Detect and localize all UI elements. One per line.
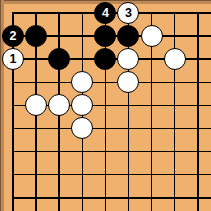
board-point [140,117,163,140]
board-point [117,186,140,209]
board-point [140,71,163,94]
board-point [25,140,48,163]
board-point [163,25,186,48]
board-point [140,163,163,186]
board-point [163,163,186,186]
board-point [48,48,71,71]
board-point [71,117,94,140]
board-point [140,140,163,163]
move-1-white-stone: 1 [2,48,24,70]
board-point [48,117,71,140]
board-point [25,25,48,48]
board-point [1,94,24,117]
board-point [71,48,94,71]
board-point [1,140,24,163]
board-point [163,94,186,117]
board-point [163,48,186,71]
board-point [117,25,140,48]
white-stone [48,94,70,116]
white-stone [117,71,139,93]
board-point [140,186,163,209]
board-point [186,48,209,71]
board-point: 1 [1,48,24,71]
board-point [117,94,140,117]
board-point [186,140,209,163]
black-stone [117,25,139,47]
move-4-black-stone: 4 [94,2,116,24]
board-point [71,25,94,48]
board-point [117,140,140,163]
board-point [140,1,163,24]
board-point: 4 [94,1,117,24]
board-point [94,117,117,140]
board-point [48,140,71,163]
board-point [140,25,163,48]
board-point [163,186,186,209]
board-point [1,117,24,140]
board-point [25,163,48,186]
board-point [71,186,94,209]
board-point [186,186,209,209]
board-point [25,186,48,209]
board-point: 2 [1,25,24,48]
white-stone [71,71,93,93]
board-point [186,163,209,186]
board-point [1,1,24,24]
go-board: 4321 [1,1,209,209]
white-stone [25,94,47,116]
board-point [140,48,163,71]
board-point [163,140,186,163]
board-point [71,140,94,163]
board-point [25,94,48,117]
board-point [94,25,117,48]
board-point [117,48,140,71]
board-point [163,117,186,140]
board-point [186,71,209,94]
move-number-label: 4 [102,7,109,20]
black-stone [48,48,70,70]
board-point [117,117,140,140]
board-point [140,94,163,117]
black-stone [94,25,116,47]
board-point [94,163,117,186]
board-point: 3 [117,1,140,24]
board-point [25,1,48,24]
board-point [48,71,71,94]
board-point [25,117,48,140]
white-stone [164,48,186,70]
black-stone [94,48,116,70]
black-stone [25,25,47,47]
board-point [1,186,24,209]
move-3-white-stone: 3 [117,2,139,24]
board-point [48,186,71,209]
board-point [48,163,71,186]
board-point [94,140,117,163]
board-point [94,186,117,209]
board-point [1,163,24,186]
move-2-black-stone: 2 [2,25,24,47]
board-point [71,1,94,24]
move-number-label: 1 [10,53,17,66]
board-point [25,71,48,94]
board-point [48,94,71,117]
board-point [186,94,209,117]
board-point [163,1,186,24]
board-point [1,71,24,94]
white-stone [117,48,139,70]
board-point [71,71,94,94]
board-point [94,94,117,117]
board-point [163,71,186,94]
board-point [71,94,94,117]
board-point [186,117,209,140]
white-stone [71,94,93,116]
board-point [117,71,140,94]
board-point [71,163,94,186]
white-stone [141,25,163,47]
move-number-label: 3 [125,7,132,20]
board-point [94,48,117,71]
board-point [117,163,140,186]
board-point [25,48,48,71]
board-point [48,25,71,48]
board-point [186,1,209,24]
board-point [186,25,209,48]
white-stone [71,117,93,139]
move-number-label: 2 [10,30,17,43]
board-point [94,71,117,94]
go-diagram: 4321 [0,0,211,211]
board-point [48,1,71,24]
